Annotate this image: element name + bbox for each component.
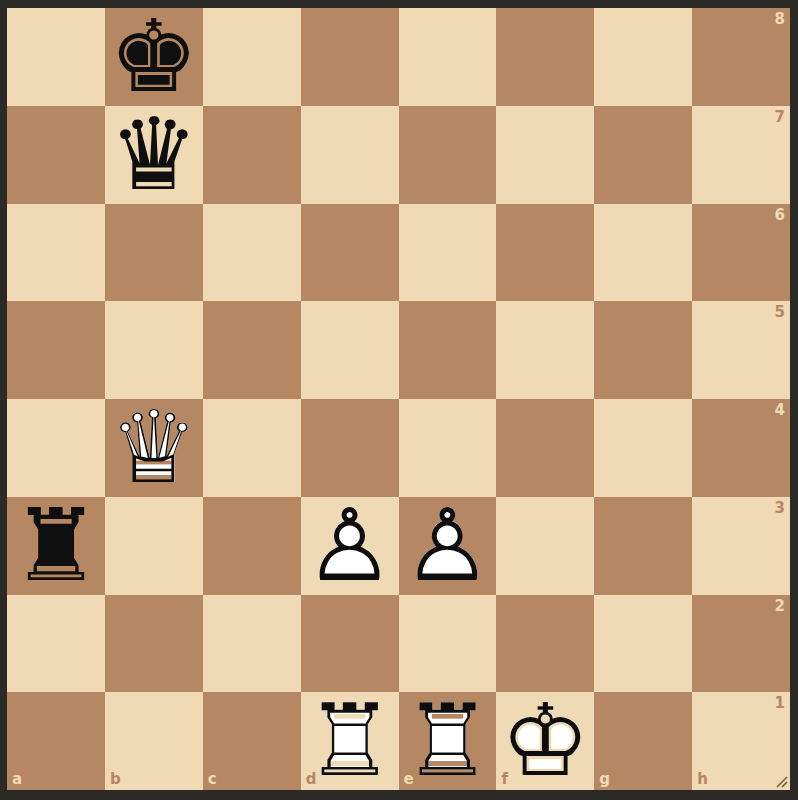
- square-h7[interactable]: 7: [692, 106, 790, 204]
- square-g3[interactable]: [594, 497, 692, 595]
- black-king-fill-glyph: ♚: [105, 8, 203, 106]
- square-f5[interactable]: [496, 301, 594, 399]
- square-d6[interactable]: [301, 204, 399, 302]
- square-f6[interactable]: [496, 204, 594, 302]
- square-c2[interactable]: [203, 595, 301, 693]
- square-g5[interactable]: [594, 301, 692, 399]
- piece-black-king[interactable]: ♚: [105, 8, 203, 106]
- black-queen-fill-glyph: ♛: [105, 106, 203, 204]
- square-f8[interactable]: [496, 8, 594, 106]
- white-king-outline-glyph: ♔: [496, 692, 594, 790]
- square-g2[interactable]: [594, 595, 692, 693]
- square-h5[interactable]: 5: [692, 301, 790, 399]
- square-c3[interactable]: [203, 497, 301, 595]
- rank-label-6: 6: [775, 208, 785, 223]
- square-b7[interactable]: ♛: [105, 106, 203, 204]
- piece-white-rook[interactable]: ♜♖: [301, 692, 399, 790]
- white-pawn-fill-glyph: ♟: [399, 497, 497, 595]
- square-h4[interactable]: 4: [692, 399, 790, 497]
- file-label-h: h: [697, 772, 708, 787]
- square-a3[interactable]: ♜: [7, 497, 105, 595]
- square-b8[interactable]: ♚: [105, 8, 203, 106]
- square-b6[interactable]: [105, 204, 203, 302]
- piece-white-pawn[interactable]: ♟♙: [301, 497, 399, 595]
- white-rook-fill-glyph: ♜: [399, 692, 497, 790]
- square-h8[interactable]: 8: [692, 8, 790, 106]
- square-e1[interactable]: e♜♖: [399, 692, 497, 790]
- rank-label-2: 2: [775, 599, 785, 614]
- square-h3[interactable]: 3: [692, 497, 790, 595]
- square-c7[interactable]: [203, 106, 301, 204]
- white-pawn-fill-glyph: ♟: [301, 497, 399, 595]
- piece-white-king[interactable]: ♚♔: [496, 692, 594, 790]
- file-label-a: a: [12, 772, 22, 787]
- square-a2[interactable]: [7, 595, 105, 693]
- white-rook-fill-glyph: ♜: [301, 692, 399, 790]
- board-frame: ♚8♛765♛♕4♜♟♙♟♙32abcd♜♖e♜♖f♚♔g1h: [0, 0, 798, 800]
- square-a6[interactable]: [7, 204, 105, 302]
- square-h6[interactable]: 6: [692, 204, 790, 302]
- piece-white-queen[interactable]: ♛♕: [105, 399, 203, 497]
- file-label-c: c: [208, 772, 217, 787]
- square-f7[interactable]: [496, 106, 594, 204]
- square-d4[interactable]: [301, 399, 399, 497]
- square-c6[interactable]: [203, 204, 301, 302]
- square-f1[interactable]: f♚♔: [496, 692, 594, 790]
- square-b1[interactable]: b: [105, 692, 203, 790]
- rank-label-7: 7: [775, 110, 785, 125]
- piece-white-rook[interactable]: ♜♖: [399, 692, 497, 790]
- square-e2[interactable]: [399, 595, 497, 693]
- square-d3[interactable]: ♟♙: [301, 497, 399, 595]
- square-b2[interactable]: [105, 595, 203, 693]
- square-g6[interactable]: [594, 204, 692, 302]
- square-g8[interactable]: [594, 8, 692, 106]
- square-a8[interactable]: [7, 8, 105, 106]
- square-a7[interactable]: [7, 106, 105, 204]
- square-e4[interactable]: [399, 399, 497, 497]
- square-e6[interactable]: [399, 204, 497, 302]
- black-rook-fill-glyph: ♜: [7, 497, 105, 595]
- square-e8[interactable]: [399, 8, 497, 106]
- square-a5[interactable]: [7, 301, 105, 399]
- white-rook-outline-glyph: ♖: [301, 692, 399, 790]
- square-g1[interactable]: g: [594, 692, 692, 790]
- chess-board: ♚8♛765♛♕4♜♟♙♟♙32abcd♜♖e♜♖f♚♔g1h: [7, 8, 790, 790]
- square-b3[interactable]: [105, 497, 203, 595]
- white-rook-outline-glyph: ♖: [399, 692, 497, 790]
- square-c1[interactable]: c: [203, 692, 301, 790]
- piece-black-rook[interactable]: ♜: [7, 497, 105, 595]
- square-d2[interactable]: [301, 595, 399, 693]
- square-e5[interactable]: [399, 301, 497, 399]
- file-label-b: b: [110, 772, 121, 787]
- square-d5[interactable]: [301, 301, 399, 399]
- square-g4[interactable]: [594, 399, 692, 497]
- square-f3[interactable]: [496, 497, 594, 595]
- square-d7[interactable]: [301, 106, 399, 204]
- square-c8[interactable]: [203, 8, 301, 106]
- square-g7[interactable]: [594, 106, 692, 204]
- rank-label-1: 1: [775, 696, 785, 711]
- piece-black-queen[interactable]: ♛: [105, 106, 203, 204]
- file-label-g: g: [599, 772, 610, 787]
- piece-white-pawn[interactable]: ♟♙: [399, 497, 497, 595]
- rank-label-5: 5: [775, 305, 785, 320]
- square-h2[interactable]: 2: [692, 595, 790, 693]
- square-f4[interactable]: [496, 399, 594, 497]
- square-e3[interactable]: ♟♙: [399, 497, 497, 595]
- square-b4[interactable]: ♛♕: [105, 399, 203, 497]
- rank-label-8: 8: [775, 12, 785, 27]
- square-d1[interactable]: d♜♖: [301, 692, 399, 790]
- white-queen-fill-glyph: ♛: [105, 399, 203, 497]
- white-pawn-outline-glyph: ♙: [301, 497, 399, 595]
- rank-label-4: 4: [775, 403, 785, 418]
- board-resize-handle-icon[interactable]: [773, 773, 788, 788]
- square-h1[interactable]: 1h: [692, 692, 790, 790]
- rank-label-3: 3: [775, 501, 785, 516]
- white-king-fill-glyph: ♚: [496, 692, 594, 790]
- square-f2[interactable]: [496, 595, 594, 693]
- white-queen-outline-glyph: ♕: [105, 399, 203, 497]
- square-d8[interactable]: [301, 8, 399, 106]
- square-c4[interactable]: [203, 399, 301, 497]
- white-pawn-outline-glyph: ♙: [399, 497, 497, 595]
- square-e7[interactable]: [399, 106, 497, 204]
- square-b5[interactable]: [105, 301, 203, 399]
- square-a4[interactable]: [7, 399, 105, 497]
- square-a1[interactable]: a: [7, 692, 105, 790]
- square-c5[interactable]: [203, 301, 301, 399]
